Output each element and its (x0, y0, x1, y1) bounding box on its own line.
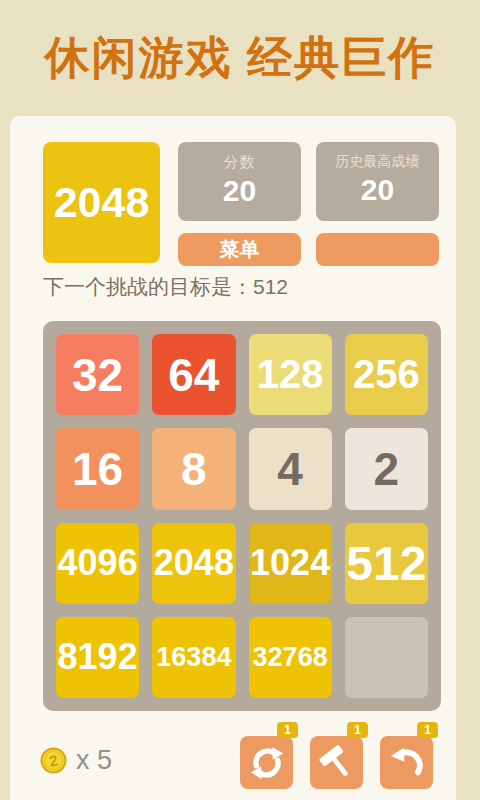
score-value: 20 (178, 174, 301, 208)
tile-64: 64 (152, 334, 235, 415)
tile-512: 512 (345, 523, 428, 604)
tile-16384: 16384 (152, 617, 235, 698)
coin-counter: 2 x 5 (40, 745, 112, 775)
shuffle-button[interactable]: 1 (240, 736, 293, 789)
best-score-value: 20 (316, 173, 439, 207)
shuffle-icon (247, 743, 287, 783)
hammer-button[interactable]: 1 (310, 736, 363, 789)
coin-count-label: x 5 (76, 745, 112, 776)
tile-128: 128 (249, 334, 332, 415)
empty-cell (345, 617, 428, 698)
blank-orange-button[interactable] (316, 233, 439, 266)
tile-8192: 8192 (56, 617, 139, 698)
tile-8: 8 (152, 428, 235, 509)
tile-16: 16 (56, 428, 139, 509)
challenge-target-text: 下一个挑战的目标是：512 (43, 274, 443, 300)
undo-badge: 1 (417, 722, 438, 738)
tile-32768: 32768 (249, 617, 332, 698)
tile-4096: 4096 (56, 523, 139, 604)
tile-4: 4 (249, 428, 332, 509)
best-score-label: 历史最高成绩 (316, 153, 439, 171)
tile-256: 256 (345, 334, 428, 415)
game-card: 2048 分数 20 历史最高成绩 20 菜单 下一个挑战的目标是：512 32… (10, 116, 456, 800)
tile-1024: 1024 (249, 523, 332, 604)
app-screen: 休闲游戏 经典巨作 2048 分数 20 历史最高成绩 20 菜单 下一个挑战的… (0, 0, 480, 800)
board[interactable]: 3264128256168424096204810245128192163843… (43, 321, 441, 711)
logo-2048-tile: 2048 (43, 142, 160, 263)
best-score-box: 历史最高成绩 20 (316, 142, 439, 221)
score-box: 分数 20 (178, 142, 301, 221)
undo-button[interactable]: 1 (380, 736, 433, 789)
hammer-badge: 1 (347, 722, 368, 738)
menu-button[interactable]: 菜单 (178, 233, 301, 266)
hammer-icon (317, 743, 357, 783)
undo-icon (387, 743, 427, 783)
score-label: 分数 (178, 153, 301, 172)
shuffle-badge: 1 (277, 722, 298, 738)
banner-title: 休闲游戏 经典巨作 (0, 0, 480, 116)
coin-2-icon: 2 (40, 747, 67, 774)
tile-32: 32 (56, 334, 139, 415)
tile-2: 2 (345, 428, 428, 509)
tile-2048: 2048 (152, 523, 235, 604)
